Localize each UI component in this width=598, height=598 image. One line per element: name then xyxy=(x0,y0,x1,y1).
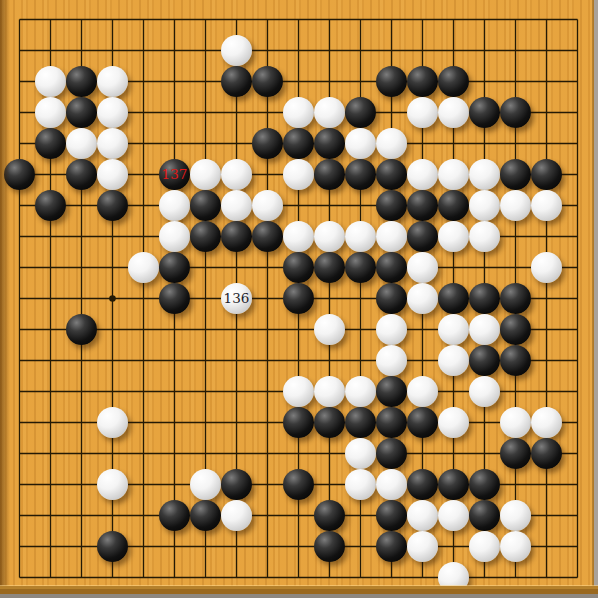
stone-black[interactable] xyxy=(314,531,345,562)
stone-white[interactable] xyxy=(283,221,314,252)
stone-white[interactable] xyxy=(314,221,345,252)
stone-black[interactable] xyxy=(221,469,252,500)
stone-black[interactable] xyxy=(66,66,97,97)
move-number-label: 137 xyxy=(162,168,188,182)
stone-white[interactable] xyxy=(345,438,376,469)
stone-white[interactable] xyxy=(97,97,128,128)
stone-white[interactable] xyxy=(283,159,314,190)
stone-black-137[interactable]: 137 xyxy=(159,159,190,190)
stone-black[interactable] xyxy=(500,314,531,345)
stone-white[interactable] xyxy=(314,97,345,128)
stone-black[interactable] xyxy=(314,252,345,283)
stone-white[interactable] xyxy=(314,314,345,345)
stone-white[interactable] xyxy=(438,221,469,252)
stone-black[interactable] xyxy=(345,159,376,190)
stone-black[interactable] xyxy=(283,283,314,314)
stone-white[interactable] xyxy=(35,66,66,97)
stone-black[interactable] xyxy=(469,500,500,531)
stone-black[interactable] xyxy=(314,500,345,531)
stone-white[interactable] xyxy=(469,190,500,221)
stone-white[interactable] xyxy=(97,469,128,500)
stone-white[interactable] xyxy=(376,221,407,252)
stone-white[interactable] xyxy=(97,128,128,159)
stone-black[interactable] xyxy=(97,531,128,562)
stone-black[interactable] xyxy=(376,376,407,407)
stone-white[interactable] xyxy=(376,345,407,376)
stone-black[interactable] xyxy=(159,252,190,283)
stone-black[interactable] xyxy=(314,128,345,159)
stone-black[interactable] xyxy=(469,97,500,128)
stone-black[interactable] xyxy=(35,190,66,221)
stone-white[interactable] xyxy=(469,531,500,562)
stone-black[interactable] xyxy=(469,345,500,376)
board-bottom-edge xyxy=(0,585,598,598)
stone-black[interactable] xyxy=(345,407,376,438)
stone-white[interactable] xyxy=(376,469,407,500)
stone-black[interactable] xyxy=(283,128,314,159)
stone-black[interactable] xyxy=(531,438,562,469)
stone-black[interactable] xyxy=(376,159,407,190)
stone-white[interactable] xyxy=(221,500,252,531)
stone-white[interactable] xyxy=(407,97,438,128)
stone-black[interactable] xyxy=(283,469,314,500)
stone-white[interactable] xyxy=(376,314,407,345)
stone-black[interactable] xyxy=(35,128,66,159)
stone-white[interactable] xyxy=(190,469,221,500)
stone-black[interactable] xyxy=(376,438,407,469)
stone-white[interactable] xyxy=(438,159,469,190)
stone-black[interactable] xyxy=(438,469,469,500)
stone-white[interactable] xyxy=(407,283,438,314)
stone-white[interactable] xyxy=(531,252,562,283)
stone-white[interactable] xyxy=(438,314,469,345)
stone-black[interactable] xyxy=(190,500,221,531)
stone-white[interactable] xyxy=(221,159,252,190)
stone-black[interactable] xyxy=(221,221,252,252)
stone-black[interactable] xyxy=(438,190,469,221)
stone-black[interactable] xyxy=(407,469,438,500)
stone-white[interactable] xyxy=(252,190,283,221)
stone-white[interactable] xyxy=(314,376,345,407)
stone-white[interactable] xyxy=(97,66,128,97)
stone-white[interactable] xyxy=(407,252,438,283)
stone-black[interactable] xyxy=(376,66,407,97)
stone-white[interactable] xyxy=(500,531,531,562)
stone-black[interactable] xyxy=(438,283,469,314)
stone-black[interactable] xyxy=(500,283,531,314)
stone-white[interactable] xyxy=(531,407,562,438)
stone-white[interactable] xyxy=(469,159,500,190)
stone-black[interactable] xyxy=(97,190,128,221)
stone-black[interactable] xyxy=(221,66,252,97)
stone-white[interactable] xyxy=(407,531,438,562)
stone-white[interactable] xyxy=(190,159,221,190)
stone-white[interactable] xyxy=(500,407,531,438)
stone-white[interactable] xyxy=(438,97,469,128)
stone-black[interactable] xyxy=(469,469,500,500)
stone-black[interactable] xyxy=(159,500,190,531)
stone-black[interactable] xyxy=(66,314,97,345)
stone-white-136[interactable]: 136 xyxy=(221,283,252,314)
stone-black[interactable] xyxy=(252,66,283,97)
stone-black[interactable] xyxy=(500,97,531,128)
stone-white[interactable] xyxy=(531,190,562,221)
stone-black[interactable] xyxy=(66,97,97,128)
stone-white[interactable] xyxy=(345,376,376,407)
stone-black[interactable] xyxy=(283,407,314,438)
stone-white[interactable] xyxy=(128,252,159,283)
stone-black[interactable] xyxy=(407,190,438,221)
stone-black[interactable] xyxy=(376,252,407,283)
stone-black[interactable] xyxy=(283,252,314,283)
stone-black[interactable] xyxy=(252,221,283,252)
stone-black[interactable] xyxy=(376,500,407,531)
stone-white[interactable] xyxy=(438,500,469,531)
stone-black[interactable] xyxy=(376,190,407,221)
stone-black[interactable] xyxy=(407,221,438,252)
board-left-edge xyxy=(0,0,10,598)
stone-black[interactable] xyxy=(438,66,469,97)
stone-black[interactable] xyxy=(407,407,438,438)
stone-white[interactable] xyxy=(221,190,252,221)
stone-white[interactable] xyxy=(376,128,407,159)
stone-white[interactable] xyxy=(345,221,376,252)
stone-white[interactable] xyxy=(97,407,128,438)
stone-black[interactable] xyxy=(376,283,407,314)
stone-black[interactable] xyxy=(407,66,438,97)
stone-black[interactable] xyxy=(345,252,376,283)
stone-black[interactable] xyxy=(314,407,345,438)
stone-white[interactable] xyxy=(283,97,314,128)
go-board[interactable]: 137136 xyxy=(0,0,598,598)
stone-white[interactable] xyxy=(407,500,438,531)
stone-black[interactable] xyxy=(66,159,97,190)
stone-black[interactable] xyxy=(345,97,376,128)
stone-black[interactable] xyxy=(469,283,500,314)
stone-black[interactable] xyxy=(500,159,531,190)
stone-black[interactable] xyxy=(190,221,221,252)
stone-white[interactable] xyxy=(438,407,469,438)
stone-white[interactable] xyxy=(283,376,314,407)
move-number-label: 136 xyxy=(224,292,250,306)
stone-white[interactable] xyxy=(407,376,438,407)
stone-white[interactable] xyxy=(469,376,500,407)
stone-black[interactable] xyxy=(500,438,531,469)
stone-white[interactable] xyxy=(66,128,97,159)
stone-white[interactable] xyxy=(97,159,128,190)
board-right-edge xyxy=(592,0,598,598)
stone-black[interactable] xyxy=(376,407,407,438)
stone-black[interactable] xyxy=(190,190,221,221)
stone-white[interactable] xyxy=(345,128,376,159)
stone-black[interactable] xyxy=(252,128,283,159)
stone-black[interactable] xyxy=(159,283,190,314)
stone-white[interactable] xyxy=(500,500,531,531)
stone-black[interactable] xyxy=(376,531,407,562)
stones-layer: 137136 xyxy=(0,0,598,598)
stone-black[interactable] xyxy=(314,159,345,190)
stone-white[interactable] xyxy=(159,190,190,221)
stone-white[interactable] xyxy=(159,221,190,252)
stone-white[interactable] xyxy=(438,345,469,376)
stone-white[interactable] xyxy=(407,159,438,190)
stone-white[interactable] xyxy=(345,469,376,500)
stone-black[interactable] xyxy=(531,159,562,190)
stone-white[interactable] xyxy=(500,190,531,221)
stone-white[interactable] xyxy=(469,221,500,252)
stone-white[interactable] xyxy=(35,97,66,128)
stone-white[interactable] xyxy=(469,314,500,345)
stone-black[interactable] xyxy=(500,345,531,376)
stone-white[interactable] xyxy=(221,35,252,66)
